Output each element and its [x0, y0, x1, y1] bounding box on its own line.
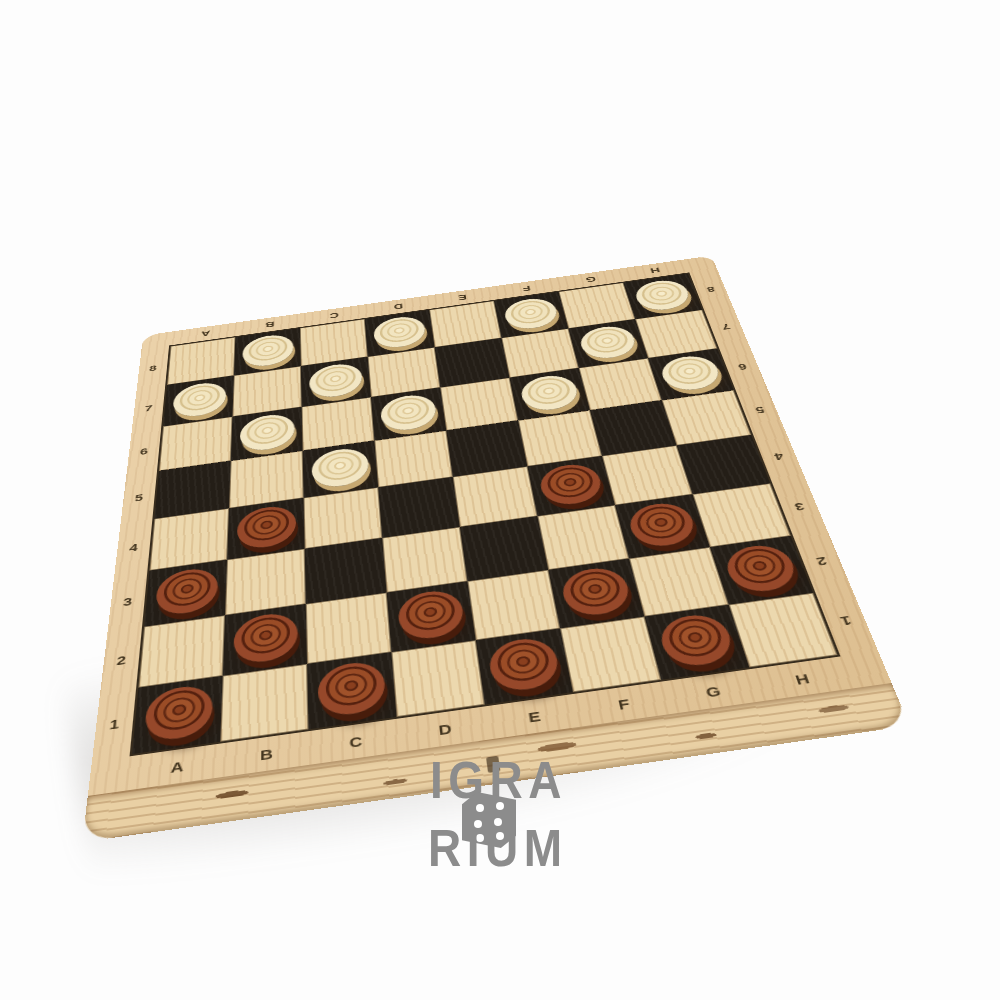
dark-man-g1[interactable]	[655, 611, 736, 669]
rank-label-left-7: 7	[144, 402, 153, 412]
square-e1[interactable]	[476, 628, 573, 704]
square-h1[interactable]	[729, 593, 838, 668]
photo-stage: AA88BB77CC66DD55EE44FF33GG22HH11 IGRA RI…	[0, 0, 1000, 1000]
white-man-g7[interactable]	[577, 323, 639, 361]
white-man-b8[interactable]	[242, 332, 293, 369]
white-man-b6[interactable]	[239, 411, 294, 453]
dark-man-a3[interactable]	[154, 565, 218, 617]
dark-man-f4[interactable]	[537, 461, 605, 507]
watermark-line2: RIUM	[428, 822, 568, 875]
dark-man-d2[interactable]	[396, 587, 465, 642]
dice-dot-2	[496, 802, 504, 810]
white-man-a7[interactable]	[172, 380, 227, 419]
rank-label-left-2: 2	[116, 652, 127, 667]
file-label-bottom-B: B	[260, 745, 273, 763]
dark-man-c1[interactable]	[317, 659, 386, 719]
file-label-bottom-D: D	[438, 720, 453, 738]
file-label-top-F: F	[521, 284, 531, 293]
white-man-f8[interactable]	[502, 296, 559, 332]
dice-dot-1	[476, 804, 484, 812]
square-d1[interactable]	[391, 640, 484, 717]
rank-label-left-3: 3	[123, 594, 133, 608]
square-c1[interactable]	[307, 652, 397, 729]
rank-label-right-7: 7	[720, 322, 731, 332]
dark-man-f2[interactable]	[558, 564, 632, 618]
rank-label-left-6: 6	[140, 445, 149, 456]
white-man-f6[interactable]	[518, 372, 580, 412]
file-label-top-C: C	[329, 311, 339, 320]
dark-man-b4[interactable]	[236, 503, 296, 551]
dark-man-a1[interactable]	[143, 682, 213, 742]
dark-man-b2[interactable]	[233, 610, 298, 665]
white-man-d6[interactable]	[379, 392, 437, 433]
rank-label-right-5: 5	[754, 404, 766, 415]
square-a1[interactable]	[132, 676, 223, 754]
white-man-h8[interactable]	[632, 277, 693, 312]
file-label-bottom-H: H	[793, 670, 811, 687]
file-label-bottom-F: F	[616, 695, 631, 712]
rank-label-left-1: 1	[109, 715, 120, 731]
square-f1[interactable]	[560, 617, 661, 693]
board-grid	[132, 274, 837, 755]
rank-label-right-2: 2	[814, 554, 828, 568]
file-label-top-B: B	[265, 320, 274, 330]
dark-man-e1[interactable]	[486, 635, 561, 694]
rank-label-right-8: 8	[705, 285, 716, 294]
white-man-c5[interactable]	[311, 445, 369, 489]
dark-man-h2[interactable]	[721, 542, 801, 595]
file-label-bottom-A: A	[170, 757, 184, 775]
rank-label-right-3: 3	[792, 500, 806, 513]
square-b1[interactable]	[220, 664, 308, 742]
file-label-top-D: D	[393, 302, 403, 311]
rank-label-left-4: 4	[129, 540, 139, 553]
igrarium-watermark: IGRA RIUM	[404, 748, 624, 918]
file-label-top-H: H	[649, 266, 661, 275]
file-label-top-E: E	[457, 293, 467, 302]
rank-label-right-1: 1	[838, 613, 853, 628]
rank-label-left-5: 5	[134, 491, 143, 503]
file-label-bottom-C: C	[349, 732, 363, 750]
rank-label-right-4: 4	[772, 450, 785, 462]
rank-label-right-6: 6	[736, 361, 748, 372]
file-label-bottom-E: E	[527, 708, 542, 725]
white-man-c7[interactable]	[308, 361, 362, 400]
rank-label-left-8: 8	[149, 363, 157, 373]
white-man-d8[interactable]	[372, 314, 426, 350]
file-label-top-A: A	[200, 329, 210, 339]
dark-man-g3[interactable]	[625, 500, 698, 550]
file-label-bottom-G: G	[704, 682, 722, 699]
white-man-h6[interactable]	[657, 353, 723, 393]
file-label-top-G: G	[584, 275, 596, 284]
board-grid-frame	[130, 272, 841, 756]
